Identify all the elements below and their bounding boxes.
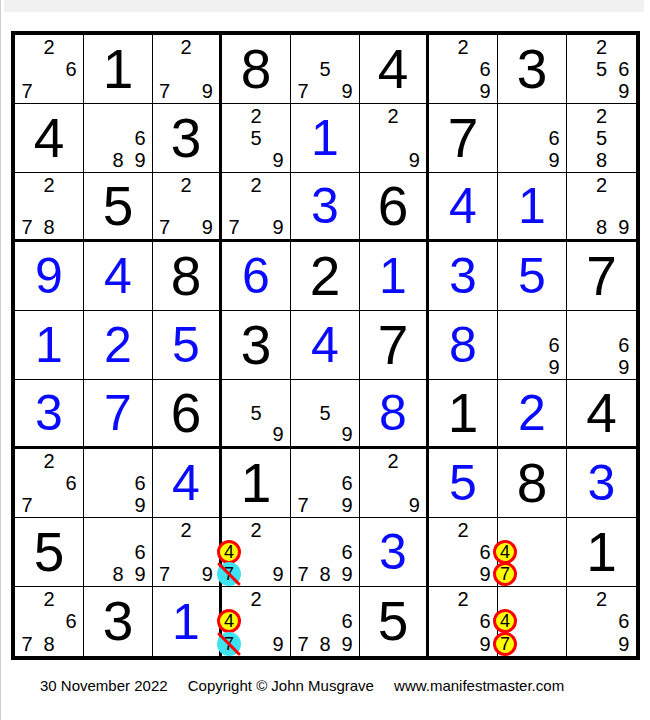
candidate-slot-6 [267, 610, 289, 632]
given-digit: 7 [567, 242, 636, 310]
solved-digit: 2 [498, 380, 566, 446]
cell-r1c6[interactable]: 4 [360, 35, 429, 104]
candidate-slot-7 [568, 217, 590, 238]
candidate-grid: 69 [499, 312, 565, 378]
candidate-6: 6 [60, 472, 82, 494]
cell-r5c3[interactable]: 5 [153, 311, 222, 380]
candidate-slot-8 [452, 563, 474, 585]
cell-r4c8[interactable]: 5 [498, 242, 567, 311]
candidate-slot-3 [129, 519, 151, 541]
cell-r3c5[interactable]: 3 [291, 173, 360, 242]
cell-r2c9[interactable]: 258 [567, 104, 636, 173]
given-digit: 3 [153, 104, 219, 172]
cell-r5c6[interactable]: 7 [360, 311, 429, 380]
candidate-2: 2 [245, 519, 267, 541]
candidate-grid: 69 [568, 312, 635, 378]
candidate-5: 5 [590, 127, 612, 149]
candidate-slot-4 [568, 195, 590, 216]
candidate-slot-1 [568, 36, 590, 58]
cell-r4c6[interactable]: 1 [360, 242, 429, 311]
candidate-grid: 6789 [292, 588, 358, 655]
cell-r8c9[interactable]: 1 [567, 518, 636, 587]
candidate-grid: 579 [292, 36, 358, 102]
candidate-slot-5 [175, 541, 196, 563]
candidate-slot-4 [499, 334, 521, 356]
candidate-slot-9 [60, 633, 82, 655]
candidate-slot-2 [245, 381, 267, 402]
cell-r7c5[interactable]: 679 [291, 449, 360, 518]
solved-digit: 4 [429, 173, 497, 239]
cell-r6c5[interactable]: 59 [291, 380, 360, 449]
candidate-slot-1 [361, 105, 382, 127]
candidate-slot-1 [499, 312, 521, 334]
candidate-slot-7: 7 [499, 633, 521, 655]
cell-r7c2[interactable]: 69 [84, 449, 153, 518]
candidate-slot-4 [361, 472, 382, 494]
cell-r4c2[interactable]: 4 [84, 242, 153, 311]
candidate-slot-2 [314, 450, 336, 472]
cell-r9c1[interactable]: 2678 [15, 587, 84, 656]
candidate-9: 9 [474, 80, 496, 102]
cell-r3c1[interactable]: 278 [15, 173, 84, 242]
cell-r2c8[interactable]: 69 [498, 104, 567, 173]
candidate-6: 6 [336, 472, 358, 494]
candidate-slot-6 [613, 195, 635, 216]
candidate-slot-7 [568, 80, 590, 102]
candidate-slot-9 [60, 217, 82, 238]
candidate-slot-9 [60, 494, 82, 516]
candidate-slot-7 [85, 494, 107, 516]
solved-digit: 9 [15, 242, 83, 310]
candidate-2: 2 [382, 105, 403, 127]
cell-r4c4[interactable]: 6 [222, 242, 291, 311]
candidate-slot-1 [292, 519, 314, 541]
candidate-slot-5 [107, 127, 129, 149]
candidate-slot-3 [474, 588, 496, 610]
candidate-slot-3 [543, 519, 565, 541]
candidate-2: 2 [245, 174, 267, 195]
candidate-slot-9 [613, 149, 635, 171]
candidate-slot-6 [197, 541, 218, 563]
cell-r3c9[interactable]: 289 [567, 173, 636, 242]
cell-r3c4[interactable]: 279 [222, 173, 291, 242]
given-digit: 7 [360, 311, 426, 379]
candidate-slot-7: 7 [223, 633, 245, 655]
candidate-slot-3 [613, 588, 635, 610]
candidate-slot-4: 4 [499, 610, 521, 632]
candidate-slot-8 [38, 80, 60, 102]
candidate-slot-7 [85, 563, 107, 585]
candidate-9: 9 [267, 424, 289, 445]
footer: 30 November 2022 Copyright © John Musgra… [40, 677, 564, 694]
candidate-slot-4 [292, 472, 314, 494]
cell-r2c6[interactable]: 29 [360, 104, 429, 173]
cell-r8c2[interactable]: 689 [84, 518, 153, 587]
cell-r1c9[interactable]: 2569 [567, 35, 636, 104]
candidate-9: 9 [613, 356, 635, 378]
candidate-slot-8 [521, 356, 543, 378]
candidate-slot-4 [430, 610, 452, 632]
cell-r1c5[interactable]: 579 [291, 35, 360, 104]
candidate-6: 6 [543, 334, 565, 356]
given-digit: 6 [360, 173, 426, 239]
sudoku-board: 2671279857942693256946893259129769258278… [11, 31, 640, 660]
candidate-slot-4: 4 [223, 610, 245, 632]
candidate-slot-7 [223, 424, 245, 445]
candidate-slot-5 [245, 541, 267, 563]
candidate-slot-1 [223, 588, 245, 610]
candidate-7: 7 [154, 563, 175, 585]
cell-r8c7[interactable]: 269 [429, 518, 498, 587]
candidate-slot-5 [314, 472, 336, 494]
cell-r3c6[interactable]: 6 [360, 173, 429, 242]
candidate-slot-8 [521, 633, 543, 655]
cell-r7c9[interactable]: 3 [567, 449, 636, 518]
candidate-slot-8 [175, 80, 196, 102]
candidate-slot-1 [223, 519, 245, 541]
solved-digit: 1 [498, 173, 566, 239]
candidate-9: 9 [267, 563, 289, 585]
candidate-slot-4 [16, 195, 38, 216]
candidate-slot-2 [107, 450, 129, 472]
candidate-slot-3 [267, 519, 289, 541]
candidate-9: 9 [613, 633, 635, 655]
given-digit: 4 [567, 380, 636, 446]
page: 2671279857942693256946893259129769258278… [0, 0, 650, 720]
cell-r7c1[interactable]: 267 [15, 449, 84, 518]
candidate-slot-8 [521, 149, 543, 171]
candidate-slot-7 [568, 356, 590, 378]
cell-r3c7[interactable]: 4 [429, 173, 498, 242]
candidate-slot-1 [85, 519, 107, 541]
candidate-slot-3 [613, 105, 635, 127]
given-digit: 7 [429, 104, 497, 172]
candidate-slot-1 [223, 105, 245, 127]
candidate-slot-5 [521, 541, 543, 563]
candidate-slot-8 [175, 563, 196, 585]
candidate-2: 2 [175, 36, 196, 58]
candidate-slot-8 [245, 217, 267, 238]
candidate-slot-8 [245, 424, 267, 445]
given-digit: 8 [153, 242, 219, 310]
candidate-slot-5 [590, 610, 612, 632]
candidate-slot-9 [543, 633, 565, 655]
candidate-slot-5 [590, 195, 612, 216]
candidate-6: 6 [613, 58, 635, 80]
candidate-9: 9 [197, 217, 218, 238]
cell-r5c2[interactable]: 2 [84, 311, 153, 380]
candidate-7: 7 [292, 80, 314, 102]
solved-digit: 4 [153, 449, 219, 517]
candidate-slot-2 [590, 312, 612, 334]
candidate-slot-6 [197, 195, 218, 216]
candidate-slot-6 [404, 127, 425, 149]
candidate-2: 2 [175, 174, 196, 195]
cell-r1c7[interactable]: 269 [429, 35, 498, 104]
candidate-slot-3 [336, 588, 358, 610]
candidate-7: 7 [154, 80, 175, 102]
cell-r8c1[interactable]: 5 [15, 518, 84, 587]
candidate-9: 9 [197, 80, 218, 102]
cell-r7c3[interactable]: 4 [153, 449, 222, 518]
cell-r9c9[interactable]: 269 [567, 587, 636, 656]
candidate-grid: 259 [223, 105, 289, 171]
cell-r1c2[interactable]: 1 [84, 35, 153, 104]
candidate-slot-5 [38, 610, 60, 632]
candidate-grid: 269 [430, 519, 496, 585]
candidate-slot-3 [267, 588, 289, 610]
candidate-slot-7 [85, 149, 107, 171]
candidate-slot-8 [382, 494, 403, 516]
candidate-slot-4 [154, 195, 175, 216]
cell-r6c3[interactable]: 6 [153, 380, 222, 449]
candidate-slot-7 [430, 80, 452, 102]
given-digit: 1 [429, 380, 497, 446]
candidate-slot-1 [292, 450, 314, 472]
given-digit: 5 [15, 518, 83, 586]
candidate-6: 6 [60, 610, 82, 632]
cell-r5c4[interactable]: 3 [222, 311, 291, 380]
cell-r1c3[interactable]: 279 [153, 35, 222, 104]
candidate-9: 9 [336, 494, 358, 516]
footer-website: www.manifestmaster.com [394, 677, 564, 694]
cell-r2c5[interactable]: 1 [291, 104, 360, 173]
candidate-slot-4 [16, 472, 38, 494]
candidate-slot-7 [430, 633, 452, 655]
candidate-9: 9 [543, 149, 565, 171]
cell-r7c7[interactable]: 5 [429, 449, 498, 518]
cell-r5c8[interactable]: 69 [498, 311, 567, 380]
solved-digit: 4 [84, 242, 152, 310]
candidate-slot-4 [568, 610, 590, 632]
candidate-slot-2 [314, 519, 336, 541]
cell-r8c4[interactable]: 2479 [222, 518, 291, 587]
cell-r8c3[interactable]: 279 [153, 518, 222, 587]
candidate-slot-5 [521, 334, 543, 356]
cell-r9c8[interactable]: 47 [498, 587, 567, 656]
candidate-slot-4 [16, 58, 38, 80]
candidate-slot-4 [292, 541, 314, 563]
candidate-grid: 59 [223, 381, 289, 445]
candidate-8: 8 [107, 563, 129, 585]
candidate-slot-3 [613, 174, 635, 195]
cell-r4c9[interactable]: 7 [567, 242, 636, 311]
candidate-slot-1 [85, 105, 107, 127]
candidate-grid: 258 [568, 105, 635, 171]
candidate-slot-4 [292, 610, 314, 632]
cell-r5c5[interactable]: 4 [291, 311, 360, 380]
cell-r3c3[interactable]: 279 [153, 173, 222, 242]
candidate-slot-8 [452, 633, 474, 655]
cell-r4c7[interactable]: 3 [429, 242, 498, 311]
cell-r5c7[interactable]: 8 [429, 311, 498, 380]
cell-r7c4[interactable]: 1 [222, 449, 291, 518]
candidate-slot-1 [154, 36, 175, 58]
cell-r6c4[interactable]: 59 [222, 380, 291, 449]
candidate-grid: 269 [430, 36, 496, 102]
candidate-2: 2 [590, 105, 612, 127]
candidate-slot-7: 7 [223, 563, 245, 585]
candidate-5: 5 [314, 402, 336, 423]
candidate-slot-4 [430, 541, 452, 563]
cell-r1c4[interactable]: 8 [222, 35, 291, 104]
candidate-grid: 29 [361, 105, 425, 171]
cell-r6c2[interactable]: 7 [84, 380, 153, 449]
cell-r4c1[interactable]: 9 [15, 242, 84, 311]
cell-r8c6[interactable]: 3 [360, 518, 429, 587]
candidate-slot-2 [314, 36, 336, 58]
candidate-slot-5 [245, 195, 267, 216]
cell-r2c1[interactable]: 4 [15, 104, 84, 173]
cell-r3c8[interactable]: 1 [498, 173, 567, 242]
candidate-9: 9 [613, 80, 635, 102]
candidate-grid: 29 [361, 450, 425, 516]
candidate-2: 2 [590, 588, 612, 610]
candidate-2: 2 [245, 588, 267, 610]
candidate-slot-2 [107, 105, 129, 127]
cell-r4c3[interactable]: 8 [153, 242, 222, 311]
window-edge-line [0, 0, 1, 720]
candidate-6: 6 [543, 127, 565, 149]
candidate-slot-1 [292, 381, 314, 402]
cell-r8c8[interactable]: 47 [498, 518, 567, 587]
candidate-slot-1 [292, 588, 314, 610]
candidate-slot-3 [60, 450, 82, 472]
cell-r9c2[interactable]: 3 [84, 587, 153, 656]
candidate-6: 6 [613, 610, 635, 632]
cell-r9c7[interactable]: 269 [429, 587, 498, 656]
cell-r4c5[interactable]: 2 [291, 242, 360, 311]
candidate-2: 2 [175, 519, 196, 541]
solved-digit: 5 [429, 449, 497, 517]
cell-r1c1[interactable]: 267 [15, 35, 84, 104]
solved-digit: 6 [222, 242, 290, 310]
candidate-slot-6 [267, 402, 289, 423]
candidate-6: 6 [336, 610, 358, 632]
candidate-9: 9 [129, 149, 151, 171]
candidate-grid: 689 [85, 105, 151, 171]
cell-r8c5[interactable]: 6789 [291, 518, 360, 587]
cell-r2c4[interactable]: 259 [222, 104, 291, 173]
candidate-grid: 278 [16, 174, 82, 238]
candidate-grid: 269 [568, 588, 635, 655]
cell-r9c5[interactable]: 6789 [291, 587, 360, 656]
candidate-slot-8 [314, 494, 336, 516]
candidate-slot-4 [223, 402, 245, 423]
cell-r1c8[interactable]: 3 [498, 35, 567, 104]
solved-digit: 5 [153, 311, 219, 379]
solved-digit: 1 [360, 242, 426, 310]
candidate-7: 7 [292, 494, 314, 516]
candidate-8: 8 [590, 149, 612, 171]
candidate-9: 9 [267, 149, 289, 171]
cell-r5c1[interactable]: 1 [15, 311, 84, 380]
candidate-slot-5 [521, 610, 543, 632]
candidate-slot-6 [267, 127, 289, 149]
candidate-slot-3 [129, 105, 151, 127]
cell-r2c2[interactable]: 689 [84, 104, 153, 173]
given-digit: 3 [222, 311, 290, 379]
candidate-slot-4 [85, 127, 107, 149]
candidate-slot-1 [16, 588, 38, 610]
cell-r9c6[interactable]: 5 [360, 587, 429, 656]
highlighted-candidate-7: 7 [493, 562, 517, 586]
cell-r9c3[interactable]: 1 [153, 587, 222, 656]
cell-r2c3[interactable]: 3 [153, 104, 222, 173]
candidate-slot-3 [543, 105, 565, 127]
candidate-slot-1 [568, 588, 590, 610]
candidate-slot-4 [16, 610, 38, 632]
candidate-9: 9 [129, 563, 151, 585]
candidate-slot-8 [175, 217, 196, 238]
candidate-slot-5 [107, 541, 129, 563]
cell-r2c7[interactable]: 7 [429, 104, 498, 173]
candidate-slot-3 [197, 36, 218, 58]
candidate-slot-1 [16, 450, 38, 472]
candidate-slot-7 [292, 424, 314, 445]
candidate-8: 8 [314, 633, 336, 655]
candidate-grid: 269 [430, 588, 496, 655]
candidate-slot-1 [223, 381, 245, 402]
candidate-slot-2 [521, 105, 543, 127]
solved-digit: 7 [84, 380, 152, 446]
candidate-slot-4 [154, 541, 175, 563]
candidate-2: 2 [38, 174, 60, 195]
candidate-grid: 2569 [568, 36, 635, 102]
cell-r3c2[interactable]: 5 [84, 173, 153, 242]
candidate-grid: 289 [568, 174, 635, 238]
candidate-slot-1 [154, 174, 175, 195]
candidate-grid: 69 [499, 105, 565, 171]
candidate-slot-8 [314, 424, 336, 445]
candidate-5: 5 [245, 402, 267, 423]
cell-r6c6[interactable]: 8 [360, 380, 429, 449]
given-digit: 8 [498, 449, 566, 517]
cell-r5c9[interactable]: 69 [567, 311, 636, 380]
cell-r7c8[interactable]: 8 [498, 449, 567, 518]
cell-r6c8[interactable]: 2 [498, 380, 567, 449]
candidate-8: 8 [590, 217, 612, 238]
candidate-slot-7 [223, 149, 245, 171]
candidate-9: 9 [129, 494, 151, 516]
candidate-grid: 69 [85, 450, 151, 516]
candidate-grid: 279 [154, 36, 218, 102]
candidate-9: 9 [613, 217, 635, 238]
candidate-slot-3 [267, 381, 289, 402]
candidate-slot-1 [430, 588, 452, 610]
candidate-slot-8 [245, 149, 267, 171]
candidate-slot-5 [38, 472, 60, 494]
cell-r6c7[interactable]: 1 [429, 380, 498, 449]
candidate-slot-8 [245, 633, 267, 655]
strike-line [217, 632, 241, 656]
cell-r6c9[interactable]: 4 [567, 380, 636, 449]
candidate-slot-4 [292, 58, 314, 80]
candidate-8: 8 [314, 563, 336, 585]
cell-r6c1[interactable]: 3 [15, 380, 84, 449]
candidate-grid: 47 [499, 588, 565, 655]
solved-digit: 1 [153, 587, 219, 656]
candidate-slot-9 [543, 563, 565, 585]
candidate-slot-4 [361, 127, 382, 149]
cell-r7c6[interactable]: 29 [360, 449, 429, 518]
candidate-slot-5 [245, 610, 267, 632]
cell-r9c4[interactable]: 2479 [222, 587, 291, 656]
candidate-slot-6 [543, 541, 565, 563]
candidate-2: 2 [38, 588, 60, 610]
candidate-slot-8 [314, 80, 336, 102]
candidate-slot-3 [543, 588, 565, 610]
